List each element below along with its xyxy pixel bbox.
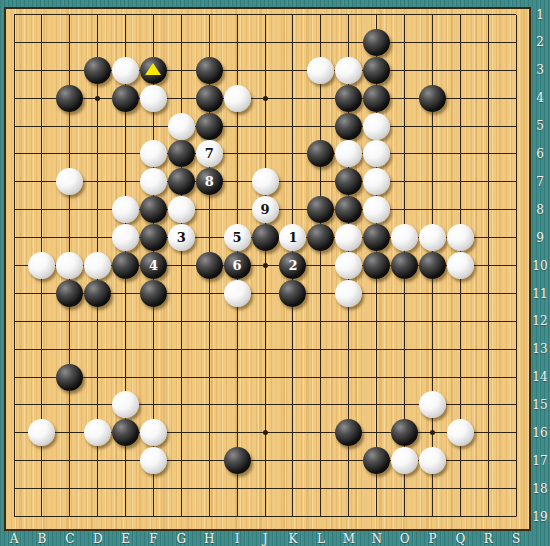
point-N3[interactable] [363, 56, 391, 84]
point-J13[interactable] [251, 335, 279, 363]
point-F2[interactable] [140, 28, 168, 56]
point-H14[interactable] [195, 363, 223, 391]
point-F11[interactable] [140, 279, 168, 307]
point-Q13[interactable] [446, 335, 474, 363]
point-K16[interactable] [279, 419, 307, 447]
point-J6[interactable] [251, 140, 279, 168]
point-P14[interactable] [418, 363, 446, 391]
point-Q1[interactable] [446, 7, 474, 28]
point-S5[interactable] [502, 112, 530, 140]
point-L9[interactable] [307, 224, 335, 252]
point-N15[interactable] [363, 391, 391, 419]
point-D13[interactable] [84, 335, 112, 363]
point-L4[interactable] [307, 84, 335, 112]
point-M15[interactable] [335, 391, 363, 419]
point-S4[interactable] [502, 84, 530, 112]
point-K14[interactable] [279, 363, 307, 391]
point-F18[interactable] [140, 475, 168, 503]
point-I10[interactable]: 6 [223, 252, 251, 280]
point-C5[interactable] [56, 112, 84, 140]
point-H11[interactable] [195, 279, 223, 307]
point-M5[interactable] [335, 112, 363, 140]
point-L17[interactable] [307, 447, 335, 475]
point-A5[interactable] [4, 112, 28, 140]
point-I1[interactable] [223, 7, 251, 28]
point-I3[interactable] [223, 56, 251, 84]
point-Q5[interactable] [446, 112, 474, 140]
point-R1[interactable] [474, 7, 502, 28]
point-Q12[interactable] [446, 307, 474, 335]
point-B17[interactable] [28, 447, 56, 475]
point-E11[interactable] [112, 279, 140, 307]
point-N12[interactable] [363, 307, 391, 335]
point-O6[interactable] [391, 140, 419, 168]
point-N13[interactable] [363, 335, 391, 363]
point-R14[interactable] [474, 363, 502, 391]
point-B13[interactable] [28, 335, 56, 363]
point-K3[interactable] [279, 56, 307, 84]
point-J5[interactable] [251, 112, 279, 140]
point-A16[interactable] [4, 419, 28, 447]
point-P2[interactable] [418, 28, 446, 56]
point-H5[interactable] [195, 112, 223, 140]
point-O17[interactable] [391, 447, 419, 475]
point-K8[interactable] [279, 196, 307, 224]
point-A14[interactable] [4, 363, 28, 391]
point-D1[interactable] [84, 7, 112, 28]
point-L2[interactable] [307, 28, 335, 56]
point-P15[interactable] [418, 391, 446, 419]
point-B11[interactable] [28, 279, 56, 307]
point-C8[interactable] [56, 196, 84, 224]
point-Q7[interactable] [446, 168, 474, 196]
point-F17[interactable] [140, 447, 168, 475]
point-O19[interactable] [391, 503, 419, 531]
point-K1[interactable] [279, 7, 307, 28]
point-E16[interactable] [112, 419, 140, 447]
point-H15[interactable] [195, 391, 223, 419]
point-D15[interactable] [84, 391, 112, 419]
point-H1[interactable] [195, 7, 223, 28]
point-R4[interactable] [474, 84, 502, 112]
point-G13[interactable] [167, 335, 195, 363]
point-L19[interactable] [307, 503, 335, 531]
point-G18[interactable] [167, 475, 195, 503]
point-S9[interactable] [502, 224, 530, 252]
point-K11[interactable] [279, 279, 307, 307]
point-I4[interactable] [223, 84, 251, 112]
point-P12[interactable] [418, 307, 446, 335]
point-L12[interactable] [307, 307, 335, 335]
point-P5[interactable] [418, 112, 446, 140]
point-S12[interactable] [502, 307, 530, 335]
point-G2[interactable] [167, 28, 195, 56]
point-C2[interactable] [56, 28, 84, 56]
point-E13[interactable] [112, 335, 140, 363]
point-O2[interactable] [391, 28, 419, 56]
point-M8[interactable] [335, 196, 363, 224]
point-H13[interactable] [195, 335, 223, 363]
point-S15[interactable] [502, 391, 530, 419]
point-I16[interactable] [223, 419, 251, 447]
point-R12[interactable] [474, 307, 502, 335]
point-F8[interactable] [140, 196, 168, 224]
point-N4[interactable] [363, 84, 391, 112]
point-R17[interactable] [474, 447, 502, 475]
point-H2[interactable] [195, 28, 223, 56]
point-E5[interactable] [112, 112, 140, 140]
point-C13[interactable] [56, 335, 84, 363]
point-I13[interactable] [223, 335, 251, 363]
point-A8[interactable] [4, 196, 28, 224]
point-B10[interactable] [28, 252, 56, 280]
point-O18[interactable] [391, 475, 419, 503]
point-P4[interactable] [418, 84, 446, 112]
point-H6[interactable]: 7 [195, 140, 223, 168]
point-M18[interactable] [335, 475, 363, 503]
point-D11[interactable] [84, 279, 112, 307]
point-N17[interactable] [363, 447, 391, 475]
point-N16[interactable] [363, 419, 391, 447]
point-H16[interactable] [195, 419, 223, 447]
point-Q6[interactable] [446, 140, 474, 168]
point-E9[interactable] [112, 224, 140, 252]
point-F4[interactable] [140, 84, 168, 112]
point-C12[interactable] [56, 307, 84, 335]
point-P8[interactable] [418, 196, 446, 224]
point-R6[interactable] [474, 140, 502, 168]
point-L13[interactable] [307, 335, 335, 363]
point-O13[interactable] [391, 335, 419, 363]
point-K12[interactable] [279, 307, 307, 335]
point-B5[interactable] [28, 112, 56, 140]
point-A10[interactable] [4, 252, 28, 280]
point-C18[interactable] [56, 475, 84, 503]
point-O9[interactable] [391, 224, 419, 252]
point-K4[interactable] [279, 84, 307, 112]
point-S17[interactable] [502, 447, 530, 475]
point-F6[interactable] [140, 140, 168, 168]
point-N14[interactable] [363, 363, 391, 391]
point-D12[interactable] [84, 307, 112, 335]
point-H9[interactable] [195, 224, 223, 252]
point-Q3[interactable] [446, 56, 474, 84]
point-S1[interactable] [502, 7, 530, 28]
point-E17[interactable] [112, 447, 140, 475]
point-D16[interactable] [84, 419, 112, 447]
point-K19[interactable] [279, 503, 307, 531]
point-I19[interactable] [223, 503, 251, 531]
point-A11[interactable] [4, 279, 28, 307]
point-J9[interactable] [251, 224, 279, 252]
point-C6[interactable] [56, 140, 84, 168]
point-I9[interactable]: 5 [223, 224, 251, 252]
point-C3[interactable] [56, 56, 84, 84]
point-J14[interactable] [251, 363, 279, 391]
point-E18[interactable] [112, 475, 140, 503]
point-A4[interactable] [4, 84, 28, 112]
point-I8[interactable] [223, 196, 251, 224]
point-D14[interactable] [84, 363, 112, 391]
point-Q15[interactable] [446, 391, 474, 419]
point-M10[interactable] [335, 252, 363, 280]
point-G4[interactable] [167, 84, 195, 112]
point-G17[interactable] [167, 447, 195, 475]
point-M7[interactable] [335, 168, 363, 196]
point-I17[interactable] [223, 447, 251, 475]
point-D10[interactable] [84, 252, 112, 280]
point-R5[interactable] [474, 112, 502, 140]
point-O3[interactable] [391, 56, 419, 84]
point-P17[interactable] [418, 447, 446, 475]
point-B18[interactable] [28, 475, 56, 503]
point-A1[interactable] [4, 7, 28, 28]
point-S10[interactable] [502, 252, 530, 280]
point-K13[interactable] [279, 335, 307, 363]
point-C10[interactable] [56, 252, 84, 280]
point-F1[interactable] [140, 7, 168, 28]
point-R16[interactable] [474, 419, 502, 447]
point-F9[interactable] [140, 224, 168, 252]
point-F7[interactable] [140, 168, 168, 196]
point-L8[interactable] [307, 196, 335, 224]
point-C19[interactable] [56, 503, 84, 531]
point-A18[interactable] [4, 475, 28, 503]
point-J17[interactable] [251, 447, 279, 475]
point-F19[interactable] [140, 503, 168, 531]
point-O11[interactable] [391, 279, 419, 307]
point-M2[interactable] [335, 28, 363, 56]
point-G15[interactable] [167, 391, 195, 419]
point-Q14[interactable] [446, 363, 474, 391]
point-O14[interactable] [391, 363, 419, 391]
point-B4[interactable] [28, 84, 56, 112]
point-E1[interactable] [112, 7, 140, 28]
point-M12[interactable] [335, 307, 363, 335]
point-I7[interactable] [223, 168, 251, 196]
point-N8[interactable] [363, 196, 391, 224]
point-K9[interactable]: 1 [279, 224, 307, 252]
point-G12[interactable] [167, 307, 195, 335]
point-I14[interactable] [223, 363, 251, 391]
point-Q16[interactable] [446, 419, 474, 447]
point-N5[interactable] [363, 112, 391, 140]
point-M19[interactable] [335, 503, 363, 531]
point-G8[interactable] [167, 196, 195, 224]
point-A12[interactable] [4, 307, 28, 335]
point-O12[interactable] [391, 307, 419, 335]
point-G9[interactable]: 3 [167, 224, 195, 252]
point-B12[interactable] [28, 307, 56, 335]
point-R10[interactable] [474, 252, 502, 280]
point-E7[interactable] [112, 168, 140, 196]
point-A13[interactable] [4, 335, 28, 363]
point-O15[interactable] [391, 391, 419, 419]
point-G10[interactable] [167, 252, 195, 280]
point-K10[interactable]: 2 [279, 252, 307, 280]
point-E15[interactable] [112, 391, 140, 419]
point-P11[interactable] [418, 279, 446, 307]
point-I15[interactable] [223, 391, 251, 419]
point-F15[interactable] [140, 391, 168, 419]
point-N7[interactable] [363, 168, 391, 196]
point-C7[interactable] [56, 168, 84, 196]
point-E6[interactable] [112, 140, 140, 168]
point-S7[interactable] [502, 168, 530, 196]
point-L6[interactable] [307, 140, 335, 168]
point-F10[interactable]: 4 [140, 252, 168, 280]
point-C11[interactable] [56, 279, 84, 307]
point-A6[interactable] [4, 140, 28, 168]
point-M16[interactable] [335, 419, 363, 447]
point-H3[interactable] [195, 56, 223, 84]
point-R15[interactable] [474, 391, 502, 419]
point-R11[interactable] [474, 279, 502, 307]
point-D8[interactable] [84, 196, 112, 224]
point-I18[interactable] [223, 475, 251, 503]
point-N11[interactable] [363, 279, 391, 307]
point-H8[interactable] [195, 196, 223, 224]
point-E4[interactable] [112, 84, 140, 112]
point-B6[interactable] [28, 140, 56, 168]
point-N18[interactable] [363, 475, 391, 503]
point-J7[interactable] [251, 168, 279, 196]
point-A15[interactable] [4, 391, 28, 419]
point-M3[interactable] [335, 56, 363, 84]
point-J18[interactable] [251, 475, 279, 503]
point-C4[interactable] [56, 84, 84, 112]
point-Q8[interactable] [446, 196, 474, 224]
point-P1[interactable] [418, 7, 446, 28]
point-O16[interactable] [391, 419, 419, 447]
point-P18[interactable] [418, 475, 446, 503]
point-D5[interactable] [84, 112, 112, 140]
point-S11[interactable] [502, 279, 530, 307]
point-E8[interactable] [112, 196, 140, 224]
point-M11[interactable] [335, 279, 363, 307]
point-P3[interactable] [418, 56, 446, 84]
point-L16[interactable] [307, 419, 335, 447]
point-Q10[interactable] [446, 252, 474, 280]
point-A17[interactable] [4, 447, 28, 475]
point-S18[interactable] [502, 475, 530, 503]
point-H12[interactable] [195, 307, 223, 335]
point-A7[interactable] [4, 168, 28, 196]
point-K6[interactable] [279, 140, 307, 168]
point-Q4[interactable] [446, 84, 474, 112]
point-G7[interactable] [167, 168, 195, 196]
point-H19[interactable] [195, 503, 223, 531]
point-L18[interactable] [307, 475, 335, 503]
point-J15[interactable] [251, 391, 279, 419]
point-D17[interactable] [84, 447, 112, 475]
point-Q17[interactable] [446, 447, 474, 475]
point-D6[interactable] [84, 140, 112, 168]
point-H17[interactable] [195, 447, 223, 475]
point-J12[interactable] [251, 307, 279, 335]
point-Q18[interactable] [446, 475, 474, 503]
point-E3[interactable] [112, 56, 140, 84]
point-N19[interactable] [363, 503, 391, 531]
point-O8[interactable] [391, 196, 419, 224]
point-J11[interactable] [251, 279, 279, 307]
point-F3[interactable] [140, 56, 168, 84]
point-S6[interactable] [502, 140, 530, 168]
point-P16[interactable] [418, 419, 446, 447]
point-Q9[interactable] [446, 224, 474, 252]
point-P7[interactable] [418, 168, 446, 196]
point-L5[interactable] [307, 112, 335, 140]
point-E2[interactable] [112, 28, 140, 56]
point-G16[interactable] [167, 419, 195, 447]
point-C16[interactable] [56, 419, 84, 447]
point-S16[interactable] [502, 419, 530, 447]
point-K2[interactable] [279, 28, 307, 56]
point-A19[interactable] [4, 503, 28, 531]
point-N6[interactable] [363, 140, 391, 168]
point-K17[interactable] [279, 447, 307, 475]
point-J3[interactable] [251, 56, 279, 84]
point-C1[interactable] [56, 7, 84, 28]
point-E19[interactable] [112, 503, 140, 531]
point-J2[interactable] [251, 28, 279, 56]
point-O5[interactable] [391, 112, 419, 140]
point-N10[interactable] [363, 252, 391, 280]
point-J1[interactable] [251, 7, 279, 28]
point-D2[interactable] [84, 28, 112, 56]
point-I6[interactable] [223, 140, 251, 168]
point-S2[interactable] [502, 28, 530, 56]
point-F12[interactable] [140, 307, 168, 335]
point-I5[interactable] [223, 112, 251, 140]
point-Q11[interactable] [446, 279, 474, 307]
point-R13[interactable] [474, 335, 502, 363]
point-J19[interactable] [251, 503, 279, 531]
point-A9[interactable] [4, 224, 28, 252]
point-M1[interactable] [335, 7, 363, 28]
point-B9[interactable] [28, 224, 56, 252]
point-K7[interactable] [279, 168, 307, 196]
point-J4[interactable] [251, 84, 279, 112]
point-K15[interactable] [279, 391, 307, 419]
point-B16[interactable] [28, 419, 56, 447]
point-M14[interactable] [335, 363, 363, 391]
point-F14[interactable] [140, 363, 168, 391]
point-L1[interactable] [307, 7, 335, 28]
point-C14[interactable] [56, 363, 84, 391]
point-N1[interactable] [363, 7, 391, 28]
point-P13[interactable] [418, 335, 446, 363]
point-H18[interactable] [195, 475, 223, 503]
point-S8[interactable] [502, 196, 530, 224]
point-K5[interactable] [279, 112, 307, 140]
point-B3[interactable] [28, 56, 56, 84]
point-R9[interactable] [474, 224, 502, 252]
point-C17[interactable] [56, 447, 84, 475]
point-O1[interactable] [391, 7, 419, 28]
point-S13[interactable] [502, 335, 530, 363]
point-G3[interactable] [167, 56, 195, 84]
point-L11[interactable] [307, 279, 335, 307]
point-F5[interactable] [140, 112, 168, 140]
point-B14[interactable] [28, 363, 56, 391]
point-D9[interactable] [84, 224, 112, 252]
point-D18[interactable] [84, 475, 112, 503]
point-E14[interactable] [112, 363, 140, 391]
point-L10[interactable] [307, 252, 335, 280]
point-Q19[interactable] [446, 503, 474, 531]
point-G14[interactable] [167, 363, 195, 391]
